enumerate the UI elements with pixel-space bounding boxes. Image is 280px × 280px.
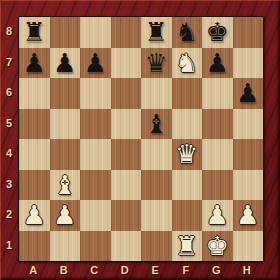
white-king-g1[interactable]: ♚ — [206, 231, 229, 261]
black-queen-e7[interactable]: ♛ — [145, 48, 168, 78]
square-h1[interactable] — [233, 231, 264, 262]
square-e6[interactable] — [141, 78, 172, 109]
square-f5[interactable] — [172, 109, 203, 140]
square-g5[interactable] — [202, 109, 233, 140]
square-c7[interactable]: ♟ — [80, 48, 111, 79]
chess-board[interactable]: ♜♜♞♚♟♟♟♛♞♟♟♝♛♝♟♟♟♟♜♚ — [18, 16, 264, 262]
square-f1[interactable]: ♜ — [172, 231, 203, 262]
square-c3[interactable] — [80, 170, 111, 201]
white-pawn-b2[interactable]: ♟ — [53, 200, 76, 230]
black-king-g8[interactable]: ♚ — [206, 17, 229, 47]
black-rook-e8[interactable]: ♜ — [145, 17, 168, 47]
square-b8[interactable] — [50, 17, 81, 48]
square-c1[interactable] — [80, 231, 111, 262]
file-label-d: D — [110, 260, 141, 279]
square-h7[interactable] — [233, 48, 264, 79]
square-a1[interactable] — [19, 231, 50, 262]
black-bishop-e5[interactable]: ♝ — [145, 109, 168, 139]
square-f7[interactable]: ♞ — [172, 48, 203, 79]
rank-label-2: 2 — [0, 199, 18, 230]
square-c8[interactable] — [80, 17, 111, 48]
square-d6[interactable] — [111, 78, 142, 109]
square-a2[interactable]: ♟ — [19, 200, 50, 231]
square-e2[interactable] — [141, 200, 172, 231]
white-pawn-a2[interactable]: ♟ — [23, 200, 46, 230]
square-b3[interactable]: ♝ — [50, 170, 81, 201]
square-d3[interactable] — [111, 170, 142, 201]
square-b5[interactable] — [50, 109, 81, 140]
square-e7[interactable]: ♛ — [141, 48, 172, 79]
rank-label-1: 1 — [0, 230, 18, 261]
square-b4[interactable] — [50, 139, 81, 170]
square-e5[interactable]: ♝ — [141, 109, 172, 140]
black-pawn-h6[interactable]: ♟ — [236, 78, 259, 108]
square-h8[interactable] — [233, 17, 264, 48]
square-g4[interactable] — [202, 139, 233, 170]
rank-label-4: 4 — [0, 138, 18, 169]
square-a7[interactable]: ♟ — [19, 48, 50, 79]
square-h3[interactable] — [233, 170, 264, 201]
square-a8[interactable]: ♜ — [19, 17, 50, 48]
square-d4[interactable] — [111, 139, 142, 170]
square-b1[interactable] — [50, 231, 81, 262]
file-label-e: E — [140, 260, 171, 279]
file-labels: A B C D E F G H — [18, 260, 262, 279]
square-g2[interactable]: ♟ — [202, 200, 233, 231]
file-label-f: F — [171, 260, 202, 279]
white-pawn-h2[interactable]: ♟ — [236, 200, 259, 230]
square-g1[interactable]: ♚ — [202, 231, 233, 262]
square-c5[interactable] — [80, 109, 111, 140]
square-b6[interactable] — [50, 78, 81, 109]
square-g8[interactable]: ♚ — [202, 17, 233, 48]
square-g6[interactable] — [202, 78, 233, 109]
square-f6[interactable] — [172, 78, 203, 109]
file-label-g: G — [201, 260, 232, 279]
square-f8[interactable]: ♞ — [172, 17, 203, 48]
square-h6[interactable]: ♟ — [233, 78, 264, 109]
square-f2[interactable] — [172, 200, 203, 231]
square-a3[interactable] — [19, 170, 50, 201]
square-g7[interactable]: ♟ — [202, 48, 233, 79]
square-e4[interactable] — [141, 139, 172, 170]
square-c2[interactable] — [80, 200, 111, 231]
rank-label-7: 7 — [0, 47, 18, 78]
square-a5[interactable] — [19, 109, 50, 140]
square-d1[interactable] — [111, 231, 142, 262]
rank-label-8: 8 — [0, 16, 18, 47]
square-f3[interactable] — [172, 170, 203, 201]
black-pawn-c7[interactable]: ♟ — [84, 48, 107, 78]
black-pawn-b7[interactable]: ♟ — [53, 48, 76, 78]
black-pawn-a7[interactable]: ♟ — [23, 48, 46, 78]
black-rook-a8[interactable]: ♜ — [23, 17, 46, 47]
black-knight-f8[interactable]: ♞ — [175, 17, 198, 47]
white-bishop-b3[interactable]: ♝ — [53, 170, 76, 200]
square-e3[interactable] — [141, 170, 172, 201]
square-d7[interactable] — [111, 48, 142, 79]
square-e1[interactable] — [141, 231, 172, 262]
file-label-h: H — [232, 260, 263, 279]
square-h2[interactable]: ♟ — [233, 200, 264, 231]
board-frame: 8 7 6 5 4 3 2 1 ♜♜♞♚♟♟♟♛♞♟♟♝♛♝♟♟♟♟♜♚ A B… — [0, 0, 280, 280]
white-knight-f7[interactable]: ♞ — [175, 48, 198, 78]
file-label-c: C — [79, 260, 110, 279]
square-f4[interactable]: ♛ — [172, 139, 203, 170]
square-c4[interactable] — [80, 139, 111, 170]
rank-label-5: 5 — [0, 108, 18, 139]
white-queen-f4[interactable]: ♛ — [175, 139, 198, 169]
white-rook-f1[interactable]: ♜ — [175, 231, 198, 261]
square-g3[interactable] — [202, 170, 233, 201]
square-b2[interactable]: ♟ — [50, 200, 81, 231]
file-label-b: B — [49, 260, 80, 279]
square-c6[interactable] — [80, 78, 111, 109]
rank-labels: 8 7 6 5 4 3 2 1 — [0, 16, 18, 260]
rank-label-6: 6 — [0, 77, 18, 108]
square-d5[interactable] — [111, 109, 142, 140]
file-label-a: A — [18, 260, 49, 279]
black-pawn-g7[interactable]: ♟ — [206, 48, 229, 78]
square-d2[interactable] — [111, 200, 142, 231]
square-b7[interactable]: ♟ — [50, 48, 81, 79]
square-h4[interactable] — [233, 139, 264, 170]
square-h5[interactable] — [233, 109, 264, 140]
square-d8[interactable] — [111, 17, 142, 48]
rank-label-3: 3 — [0, 169, 18, 200]
square-a4[interactable] — [19, 139, 50, 170]
square-a6[interactable] — [19, 78, 50, 109]
square-e8[interactable]: ♜ — [141, 17, 172, 48]
white-pawn-g2[interactable]: ♟ — [206, 200, 229, 230]
